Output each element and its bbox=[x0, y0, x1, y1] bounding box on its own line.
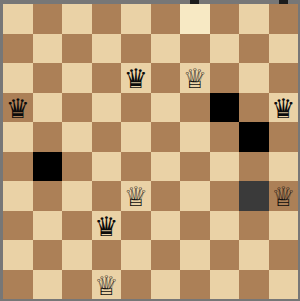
square-r6-c6[interactable] bbox=[180, 181, 210, 211]
square-r7-c6[interactable] bbox=[180, 211, 210, 241]
square-r0-c0[interactable] bbox=[3, 4, 33, 34]
square-r3-c4[interactable] bbox=[121, 93, 151, 123]
square-r4-c7[interactable] bbox=[210, 122, 240, 152]
chess-board: ♛♕♛♛♕♕♛♕ bbox=[3, 4, 298, 299]
square-r1-c9[interactable] bbox=[269, 34, 299, 64]
square-r8-c2[interactable] bbox=[62, 240, 92, 270]
square-r4-c2[interactable] bbox=[62, 122, 92, 152]
square-r6-c2[interactable] bbox=[62, 181, 92, 211]
square-r0-c8[interactable] bbox=[239, 4, 269, 34]
square-r0-c7[interactable] bbox=[210, 4, 240, 34]
square-r6-c8[interactable] bbox=[239, 181, 269, 211]
black-queen[interactable]: ♛ bbox=[6, 95, 30, 122]
square-r8-c4[interactable] bbox=[121, 240, 151, 270]
white-queen[interactable]: ♕ bbox=[183, 65, 207, 92]
square-r9-c1[interactable] bbox=[33, 270, 63, 300]
square-r1-c3[interactable] bbox=[92, 34, 122, 64]
square-r7-c5[interactable] bbox=[151, 211, 181, 241]
square-r4-c8[interactable] bbox=[239, 122, 269, 152]
square-r8-c1[interactable] bbox=[33, 240, 63, 270]
square-r4-c6[interactable] bbox=[180, 122, 210, 152]
square-r9-c9[interactable] bbox=[269, 270, 299, 300]
square-r5-c5[interactable] bbox=[151, 152, 181, 182]
square-r4-c9[interactable] bbox=[269, 122, 299, 152]
square-r4-c4[interactable] bbox=[121, 122, 151, 152]
square-r8-c7[interactable] bbox=[210, 240, 240, 270]
square-r4-c0[interactable] bbox=[3, 122, 33, 152]
square-r7-c4[interactable] bbox=[121, 211, 151, 241]
square-r7-c3[interactable]: ♛ bbox=[92, 211, 122, 241]
square-r6-c3[interactable] bbox=[92, 181, 122, 211]
square-r6-c4[interactable]: ♕ bbox=[121, 181, 151, 211]
square-r6-c1[interactable] bbox=[33, 181, 63, 211]
square-r5-c0[interactable] bbox=[3, 152, 33, 182]
square-r9-c3[interactable]: ♕ bbox=[92, 270, 122, 300]
square-r6-c0[interactable] bbox=[3, 181, 33, 211]
square-r8-c9[interactable] bbox=[269, 240, 299, 270]
square-r7-c2[interactable] bbox=[62, 211, 92, 241]
square-r9-c4[interactable] bbox=[121, 270, 151, 300]
square-r2-c6[interactable]: ♕ bbox=[180, 63, 210, 93]
cropped-queen-tip bbox=[190, 0, 199, 4]
square-r1-c8[interactable] bbox=[239, 34, 269, 64]
white-queen[interactable]: ♕ bbox=[271, 183, 295, 210]
square-r1-c0[interactable] bbox=[3, 34, 33, 64]
square-r7-c1[interactable] bbox=[33, 211, 63, 241]
square-r7-c8[interactable] bbox=[239, 211, 269, 241]
square-r5-c4[interactable] bbox=[121, 152, 151, 182]
square-r2-c2[interactable] bbox=[62, 63, 92, 93]
square-r9-c6[interactable] bbox=[180, 270, 210, 300]
square-r3-c8[interactable] bbox=[239, 93, 269, 123]
square-r9-c2[interactable] bbox=[62, 270, 92, 300]
square-r1-c5[interactable] bbox=[151, 34, 181, 64]
black-queen[interactable]: ♛ bbox=[94, 213, 118, 240]
square-r6-c5[interactable] bbox=[151, 181, 181, 211]
square-r7-c9[interactable] bbox=[269, 211, 299, 241]
square-r0-c2[interactable] bbox=[62, 4, 92, 34]
square-r9-c5[interactable] bbox=[151, 270, 181, 300]
square-r0-c9[interactable] bbox=[269, 4, 299, 34]
square-r4-c5[interactable] bbox=[151, 122, 181, 152]
square-r2-c8[interactable] bbox=[239, 63, 269, 93]
square-r3-c0[interactable]: ♛ bbox=[3, 93, 33, 123]
square-r3-c1[interactable] bbox=[33, 93, 63, 123]
square-r2-c3[interactable] bbox=[92, 63, 122, 93]
square-r1-c2[interactable] bbox=[62, 34, 92, 64]
square-r2-c1[interactable] bbox=[33, 63, 63, 93]
square-r5-c8[interactable] bbox=[239, 152, 269, 182]
square-r0-c3[interactable] bbox=[92, 4, 122, 34]
square-r7-c0[interactable] bbox=[3, 211, 33, 241]
square-r9-c0[interactable] bbox=[3, 270, 33, 300]
white-queen[interactable]: ♕ bbox=[124, 183, 148, 210]
square-r1-c1[interactable] bbox=[33, 34, 63, 64]
square-r0-c4[interactable] bbox=[121, 4, 151, 34]
square-r1-c4[interactable] bbox=[121, 34, 151, 64]
square-r2-c7[interactable] bbox=[210, 63, 240, 93]
square-r2-c5[interactable] bbox=[151, 63, 181, 93]
square-r9-c7[interactable] bbox=[210, 270, 240, 300]
square-r1-c6[interactable] bbox=[180, 34, 210, 64]
square-r5-c2[interactable] bbox=[62, 152, 92, 182]
square-r5-c7[interactable] bbox=[210, 152, 240, 182]
square-r0-c6[interactable] bbox=[180, 4, 210, 34]
square-r5-c1[interactable] bbox=[33, 152, 63, 182]
board-frame: ♛♕♛♛♕♕♛♕ bbox=[0, 0, 300, 301]
square-r8-c5[interactable] bbox=[151, 240, 181, 270]
square-r8-c8[interactable] bbox=[239, 240, 269, 270]
square-r4-c3[interactable] bbox=[92, 122, 122, 152]
square-r1-c7[interactable] bbox=[210, 34, 240, 64]
square-r5-c3[interactable] bbox=[92, 152, 122, 182]
square-r5-c9[interactable] bbox=[269, 152, 299, 182]
square-r5-c6[interactable] bbox=[180, 152, 210, 182]
square-r8-c6[interactable] bbox=[180, 240, 210, 270]
square-r0-c1[interactable] bbox=[33, 4, 63, 34]
square-r2-c9[interactable] bbox=[269, 63, 299, 93]
square-r3-c6[interactable] bbox=[180, 93, 210, 123]
square-r3-c2[interactable] bbox=[62, 93, 92, 123]
square-r7-c7[interactable] bbox=[210, 211, 240, 241]
square-r3-c5[interactable] bbox=[151, 93, 181, 123]
square-r8-c3[interactable] bbox=[92, 240, 122, 270]
black-queen[interactable]: ♛ bbox=[271, 95, 295, 122]
black-queen[interactable]: ♛ bbox=[124, 65, 148, 92]
white-queen[interactable]: ♕ bbox=[94, 272, 118, 299]
square-r4-c1[interactable] bbox=[33, 122, 63, 152]
square-r0-c5[interactable] bbox=[151, 4, 181, 34]
square-r9-c8[interactable] bbox=[239, 270, 269, 300]
square-r3-c3[interactable] bbox=[92, 93, 122, 123]
square-r3-c7[interactable] bbox=[210, 93, 240, 123]
square-r8-c0[interactable] bbox=[3, 240, 33, 270]
square-r6-c9[interactable]: ♕ bbox=[269, 181, 299, 211]
cropped-queen-tip bbox=[279, 0, 288, 4]
square-r2-c0[interactable] bbox=[3, 63, 33, 93]
square-r6-c7[interactable] bbox=[210, 181, 240, 211]
square-r3-c9[interactable]: ♛ bbox=[269, 93, 299, 123]
square-r2-c4[interactable]: ♛ bbox=[121, 63, 151, 93]
